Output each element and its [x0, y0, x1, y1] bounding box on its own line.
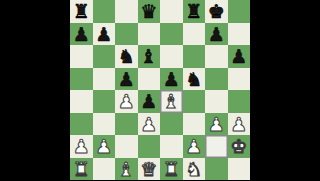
- square-h4[interactable]: [228, 90, 251, 113]
- square-b1[interactable]: [93, 158, 116, 181]
- square-b7[interactable]: ♟: [93, 23, 116, 46]
- square-e5[interactable]: ♟: [160, 68, 183, 91]
- square-b4[interactable]: [93, 90, 116, 113]
- white-knight[interactable]: ♞: [185, 158, 202, 181]
- black-queen[interactable]: ♛: [140, 0, 157, 23]
- square-g5[interactable]: [205, 68, 228, 91]
- black-knight[interactable]: ♞: [118, 45, 135, 68]
- square-f3[interactable]: [183, 113, 206, 136]
- square-c1[interactable]: ♝: [115, 158, 138, 181]
- black-pawn[interactable]: ♟: [140, 90, 157, 113]
- square-a8[interactable]: ♜: [70, 0, 93, 23]
- square-h1[interactable]: [228, 158, 251, 181]
- game-screen: ♜♛♜♚♟♟♟♞♝♟♟♟♞♟♟♝♟♟♟♟♟♟♚♜♝♛♜♞: [0, 0, 320, 180]
- white-pawn[interactable]: ♟: [73, 135, 90, 158]
- square-f2[interactable]: ♟: [183, 135, 206, 158]
- white-rook[interactable]: ♜: [163, 158, 180, 181]
- square-h3[interactable]: ♟: [228, 113, 251, 136]
- square-g8[interactable]: ♚: [205, 0, 228, 23]
- square-c8[interactable]: [115, 0, 138, 23]
- square-f4[interactable]: [183, 90, 206, 113]
- square-h5[interactable]: [228, 68, 251, 91]
- square-f1[interactable]: ♞: [183, 158, 206, 181]
- black-pawn[interactable]: ♟: [208, 23, 225, 46]
- white-pawn[interactable]: ♟: [95, 135, 112, 158]
- square-b2[interactable]: ♟: [93, 135, 116, 158]
- black-pawn[interactable]: ♟: [163, 68, 180, 91]
- square-g7[interactable]: ♟: [205, 23, 228, 46]
- square-b8[interactable]: [93, 0, 116, 23]
- white-pawn[interactable]: ♟: [208, 113, 225, 136]
- white-pawn[interactable]: ♟: [140, 113, 157, 136]
- square-a1[interactable]: ♜: [70, 158, 93, 181]
- square-e3[interactable]: [160, 113, 183, 136]
- square-e2[interactable]: [160, 135, 183, 158]
- square-a5[interactable]: [70, 68, 93, 91]
- black-rook[interactable]: ♜: [185, 0, 202, 23]
- square-d6[interactable]: ♝: [138, 45, 161, 68]
- square-h7[interactable]: [228, 23, 251, 46]
- square-c7[interactable]: [115, 23, 138, 46]
- square-d8[interactable]: ♛: [138, 0, 161, 23]
- square-e1[interactable]: ♜: [160, 158, 183, 181]
- square-d1[interactable]: ♛: [138, 158, 161, 181]
- square-d7[interactable]: [138, 23, 161, 46]
- square-a2[interactable]: ♟: [70, 135, 93, 158]
- black-pawn[interactable]: ♟: [230, 45, 247, 68]
- chess-board[interactable]: ♜♛♜♚♟♟♟♞♝♟♟♟♞♟♟♝♟♟♟♟♟♟♚♜♝♛♜♞: [70, 0, 250, 180]
- black-pawn[interactable]: ♟: [95, 23, 112, 46]
- square-b6[interactable]: [93, 45, 116, 68]
- black-bishop[interactable]: ♝: [140, 45, 157, 68]
- black-pawn[interactable]: ♟: [73, 23, 90, 46]
- square-g3[interactable]: ♟: [205, 113, 228, 136]
- square-d4[interactable]: ♟: [138, 90, 161, 113]
- white-pawn[interactable]: ♟: [230, 113, 247, 136]
- letterbox-right: [250, 0, 320, 180]
- square-a4[interactable]: [70, 90, 93, 113]
- white-bishop[interactable]: ♝: [118, 158, 135, 181]
- black-knight[interactable]: ♞: [185, 68, 202, 91]
- square-f8[interactable]: ♜: [183, 0, 206, 23]
- square-d2[interactable]: [138, 135, 161, 158]
- square-c4[interactable]: ♟: [115, 90, 138, 113]
- square-h2[interactable]: ♚: [228, 135, 251, 158]
- square-h8[interactable]: [228, 0, 251, 23]
- black-king[interactable]: ♚: [208, 0, 225, 23]
- black-rook[interactable]: ♜: [73, 0, 90, 23]
- square-g2[interactable]: [205, 135, 228, 158]
- letterbox-left: [0, 0, 70, 180]
- square-h6[interactable]: ♟: [228, 45, 251, 68]
- square-g4[interactable]: [205, 90, 228, 113]
- square-f6[interactable]: [183, 45, 206, 68]
- white-bishop[interactable]: ♝: [163, 90, 180, 113]
- square-c2[interactable]: [115, 135, 138, 158]
- square-d5[interactable]: [138, 68, 161, 91]
- square-c6[interactable]: ♞: [115, 45, 138, 68]
- square-b5[interactable]: [93, 68, 116, 91]
- square-c3[interactable]: [115, 113, 138, 136]
- square-e8[interactable]: [160, 0, 183, 23]
- square-e6[interactable]: [160, 45, 183, 68]
- square-e4[interactable]: ♝: [160, 90, 183, 113]
- square-c5[interactable]: ♟: [115, 68, 138, 91]
- black-pawn[interactable]: ♟: [118, 68, 135, 91]
- square-a6[interactable]: [70, 45, 93, 68]
- square-f7[interactable]: [183, 23, 206, 46]
- square-f5[interactable]: ♞: [183, 68, 206, 91]
- white-rook[interactable]: ♜: [73, 158, 90, 181]
- white-pawn[interactable]: ♟: [118, 90, 135, 113]
- square-a3[interactable]: [70, 113, 93, 136]
- white-king[interactable]: ♚: [230, 135, 247, 158]
- square-b3[interactable]: [93, 113, 116, 136]
- white-queen[interactable]: ♛: [140, 158, 157, 181]
- square-e7[interactable]: [160, 23, 183, 46]
- square-g6[interactable]: [205, 45, 228, 68]
- white-pawn[interactable]: ♟: [185, 135, 202, 158]
- square-a7[interactable]: ♟: [70, 23, 93, 46]
- square-d3[interactable]: ♟: [138, 113, 161, 136]
- square-g1[interactable]: [205, 158, 228, 181]
